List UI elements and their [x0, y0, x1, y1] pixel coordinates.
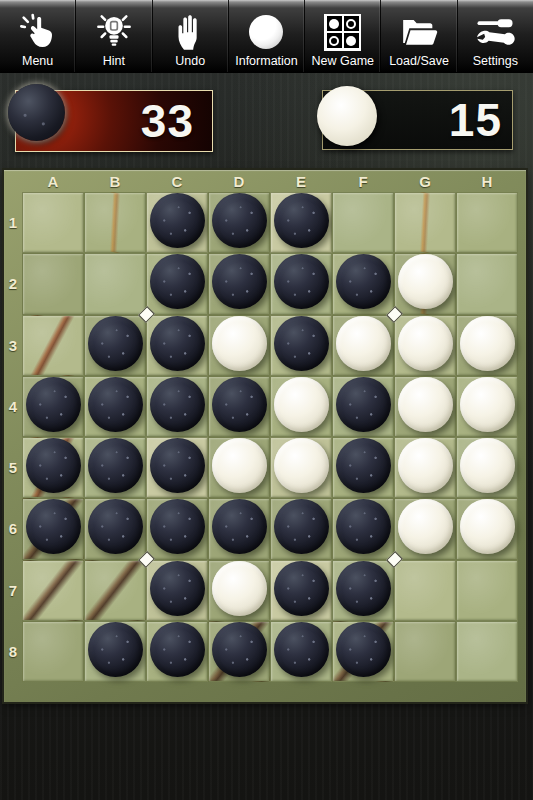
black-disc	[336, 438, 391, 493]
black-disc	[150, 193, 205, 248]
cell-b4[interactable]	[84, 376, 146, 437]
toolbar-label-new-game: New Game	[312, 54, 375, 69]
black-disc	[150, 316, 205, 371]
sphere-icon	[249, 10, 283, 54]
row-label-2: 2	[4, 253, 22, 314]
white-player-disc-icon	[317, 86, 377, 146]
cell-a4[interactable]	[22, 376, 84, 437]
cell-d8[interactable]	[208, 621, 270, 682]
cell-b5[interactable]	[84, 437, 146, 498]
cell-c7[interactable]	[146, 560, 208, 621]
stop-hand-icon	[170, 10, 210, 54]
white-disc	[274, 377, 329, 432]
cell-c2[interactable]	[146, 253, 208, 314]
cell-b2[interactable]	[84, 253, 146, 314]
white-disc	[336, 316, 391, 371]
cell-e5[interactable]	[270, 437, 332, 498]
black-disc	[88, 499, 143, 554]
cell-g6[interactable]	[394, 498, 456, 559]
black-disc	[26, 438, 81, 493]
cell-e6[interactable]	[270, 498, 332, 559]
black-disc	[274, 499, 329, 554]
cell-b8[interactable]	[84, 621, 146, 682]
toolbar-button-settings[interactable]: Settings	[458, 0, 533, 72]
tools-icon	[475, 10, 515, 54]
white-disc	[398, 499, 453, 554]
row-label-8: 8	[4, 621, 22, 682]
black-disc	[212, 622, 267, 677]
cell-e2[interactable]	[270, 253, 332, 314]
white-disc	[212, 561, 267, 616]
cell-e4[interactable]	[270, 376, 332, 437]
white-disc	[212, 438, 267, 493]
cell-d4[interactable]	[208, 376, 270, 437]
black-disc	[274, 254, 329, 309]
cell-a5[interactable]	[22, 437, 84, 498]
black-disc	[88, 316, 143, 371]
toolbar-label-settings: Settings	[473, 54, 518, 69]
white-disc	[460, 316, 515, 371]
cell-h4[interactable]	[456, 376, 518, 437]
black-disc	[150, 254, 205, 309]
white-disc	[398, 316, 453, 371]
black-disc	[212, 377, 267, 432]
cell-b7[interactable]	[84, 560, 146, 621]
cell-f2[interactable]	[332, 253, 394, 314]
cell-c6[interactable]	[146, 498, 208, 559]
cell-c4[interactable]	[146, 376, 208, 437]
cell-h6[interactable]	[456, 498, 518, 559]
cell-g7[interactable]	[394, 560, 456, 621]
cell-g2[interactable]	[394, 253, 456, 314]
white-disc	[460, 499, 515, 554]
cell-h3[interactable]	[456, 315, 518, 376]
black-disc	[336, 499, 391, 554]
col-label-c: C	[146, 170, 208, 192]
col-label-a: A	[22, 170, 84, 192]
cell-c3[interactable]	[146, 315, 208, 376]
col-label-f: F	[332, 170, 394, 192]
cell-d2[interactable]	[208, 253, 270, 314]
black-disc	[274, 622, 329, 677]
cell-g1[interactable]	[394, 192, 456, 253]
cell-h5[interactable]	[456, 437, 518, 498]
cell-a1[interactable]	[22, 192, 84, 253]
cell-d7[interactable]	[208, 560, 270, 621]
row-label-1: 1	[4, 192, 22, 253]
cell-e1[interactable]	[270, 192, 332, 253]
lightbulb-icon	[94, 10, 134, 54]
toolbar-label-undo: Undo	[175, 54, 205, 69]
row-label-7: 7	[4, 560, 22, 621]
row-label-4: 4	[4, 376, 22, 437]
white-disc	[274, 438, 329, 493]
white-disc	[460, 377, 515, 432]
toolbar-label-menu: Menu	[22, 54, 53, 69]
cell-h7[interactable]	[456, 560, 518, 621]
white-disc	[398, 438, 453, 493]
cell-e8[interactable]	[270, 621, 332, 682]
black-disc	[336, 377, 391, 432]
black-disc	[26, 377, 81, 432]
col-label-h: H	[456, 170, 518, 192]
cell-g3[interactable]	[394, 315, 456, 376]
white-disc	[398, 254, 453, 309]
cell-f4[interactable]	[332, 376, 394, 437]
mini-board-icon	[324, 10, 361, 54]
cell-a2[interactable]	[22, 253, 84, 314]
cell-a7[interactable]	[22, 560, 84, 621]
black-disc	[88, 622, 143, 677]
black-disc	[336, 561, 391, 616]
white-disc	[398, 377, 453, 432]
toolbar-label-load-save: Load/Save	[389, 54, 449, 69]
cell-e7[interactable]	[270, 560, 332, 621]
toolbar-label-hint: Hint	[103, 54, 125, 69]
row-label-6: 6	[4, 498, 22, 559]
black-disc	[88, 438, 143, 493]
open-folder-icon	[399, 10, 439, 54]
white-disc	[212, 316, 267, 371]
black-disc	[150, 499, 205, 554]
cell-e3[interactable]	[270, 315, 332, 376]
black-disc	[274, 561, 329, 616]
board: ABCDEFGH12345678	[4, 170, 526, 702]
board-corner	[4, 170, 22, 192]
black-disc	[274, 316, 329, 371]
black-disc	[150, 561, 205, 616]
cell-d1[interactable]	[208, 192, 270, 253]
black-disc	[336, 254, 391, 309]
black-disc	[212, 499, 267, 554]
cell-f5[interactable]	[332, 437, 394, 498]
black-disc	[150, 622, 205, 677]
black-disc	[26, 499, 81, 554]
cell-b3[interactable]	[84, 315, 146, 376]
cell-f6[interactable]	[332, 498, 394, 559]
toolbar-label-information: Information	[235, 54, 298, 69]
black-player-disc-icon	[8, 84, 65, 141]
cell-h8[interactable]	[456, 621, 518, 682]
cell-c1[interactable]	[146, 192, 208, 253]
cell-f8[interactable]	[332, 621, 394, 682]
cell-h1[interactable]	[456, 192, 518, 253]
toolbar: Menu Hint	[0, 0, 533, 73]
cell-g8[interactable]	[394, 621, 456, 682]
col-label-g: G	[394, 170, 456, 192]
cell-g4[interactable]	[394, 376, 456, 437]
toolbar-button-menu[interactable]: Menu	[0, 0, 76, 72]
white-score-value: 15	[449, 91, 502, 149]
white-disc	[460, 438, 515, 493]
cell-a6[interactable]	[22, 498, 84, 559]
cell-f7[interactable]	[332, 560, 394, 621]
toolbar-button-new-game[interactable]: New Game	[305, 0, 381, 72]
cell-b1[interactable]	[84, 192, 146, 253]
black-score-value: 33	[141, 91, 194, 151]
toolbar-button-undo[interactable]: Undo	[153, 0, 229, 72]
black-disc	[336, 622, 391, 677]
black-disc	[150, 377, 205, 432]
black-disc	[212, 193, 267, 248]
cell-f1[interactable]	[332, 192, 394, 253]
cell-d6[interactable]	[208, 498, 270, 559]
black-disc	[88, 377, 143, 432]
toolbar-button-hint[interactable]: Hint	[76, 0, 152, 72]
col-label-d: D	[208, 170, 270, 192]
col-label-e: E	[270, 170, 332, 192]
cell-c5[interactable]	[146, 437, 208, 498]
black-disc	[274, 193, 329, 248]
cell-d5[interactable]	[208, 437, 270, 498]
black-disc	[150, 438, 205, 493]
toolbar-button-load-save[interactable]: Load/Save	[381, 0, 457, 72]
row-label-3: 3	[4, 315, 22, 376]
row-label-5: 5	[4, 437, 22, 498]
cell-a3[interactable]	[22, 315, 84, 376]
cell-a8[interactable]	[22, 621, 84, 682]
app-background: Menu Hint	[0, 0, 533, 800]
cell-h2[interactable]	[456, 253, 518, 314]
cell-f3[interactable]	[332, 315, 394, 376]
black-disc	[212, 254, 267, 309]
cell-d3[interactable]	[208, 315, 270, 376]
col-label-b: B	[84, 170, 146, 192]
tap-hand-icon	[18, 10, 58, 54]
cell-c8[interactable]	[146, 621, 208, 682]
toolbar-button-information[interactable]: Information	[229, 0, 305, 72]
cell-b6[interactable]	[84, 498, 146, 559]
cell-g5[interactable]	[394, 437, 456, 498]
